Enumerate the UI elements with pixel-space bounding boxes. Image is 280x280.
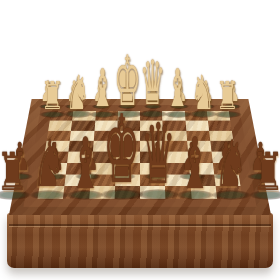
knight-glyph: ♞ bbox=[32, 134, 65, 199]
king-glyph: ♚ bbox=[103, 104, 140, 198]
product-photo: ♜♞♝♛♚♝♞♜♟♟♟♟♟♟♟♟♟♟♟♟♟♟♟♟♜♞♝♛♚♝♞♜ bbox=[0, 0, 280, 280]
rook-glyph: ♜ bbox=[252, 145, 280, 198]
knight-glyph: ♞ bbox=[215, 134, 248, 199]
knight-glyph: ♞ bbox=[65, 68, 89, 115]
rook-glyph: ♜ bbox=[216, 77, 239, 116]
bishop-glyph: ♝ bbox=[69, 128, 101, 199]
rook-glyph: ♜ bbox=[0, 145, 28, 198]
bishop-glyph: ♝ bbox=[179, 128, 211, 199]
pieces-layer: ♜♞♝♛♚♝♞♜♟♟♟♟♟♟♟♟♟♟♟♟♟♟♟♟♜♞♝♛♚♝♞♜ bbox=[0, 0, 280, 280]
knight-glyph: ♞ bbox=[190, 68, 214, 115]
queen-glyph: ♛ bbox=[141, 115, 176, 199]
rook-glyph: ♜ bbox=[41, 77, 64, 116]
